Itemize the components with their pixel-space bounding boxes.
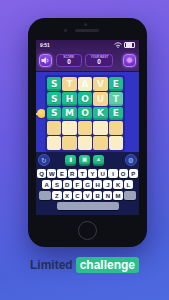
caption: Limitedchallenge: [0, 258, 169, 272]
shift-key[interactable]: [39, 191, 51, 200]
grid-cell: M: [62, 107, 76, 121]
grid-cell: V: [93, 77, 107, 91]
score-value: 0: [67, 59, 71, 65]
booster-button-1[interactable]: ▮: [65, 155, 76, 166]
battery-icon: [124, 42, 135, 49]
keyboard-row-4: [36, 202, 139, 211]
key-o[interactable]: O: [119, 169, 128, 178]
status-bar: 9:51: [36, 40, 139, 50]
key-a[interactable]: A: [42, 180, 51, 189]
gear-icon: ⚙: [128, 157, 134, 164]
keyboard-row-3: Z X C V B N M: [36, 191, 139, 200]
grid-cell: T: [109, 92, 123, 106]
grid-cell: [62, 136, 76, 150]
grid-cell: S: [47, 92, 61, 106]
sensor-dot: [64, 29, 67, 32]
settings-button[interactable]: ⚙: [125, 154, 137, 166]
caption-plain-text: Limited: [30, 258, 73, 272]
booster-button-3[interactable]: ▲: [93, 155, 104, 166]
grid-cell: E: [109, 107, 123, 121]
key-f[interactable]: F: [73, 180, 82, 189]
key-t[interactable]: T: [78, 169, 87, 178]
key-r[interactable]: R: [68, 169, 77, 178]
grid-cell: S: [47, 107, 61, 121]
app-screen: 9:51 SCORE: [36, 40, 139, 215]
speaker-icon: [41, 56, 50, 65]
phone-mockup: 9:51 SCORE: [28, 18, 147, 247]
key-s[interactable]: S: [52, 180, 61, 189]
grid-cell: O: [78, 92, 92, 106]
key-e[interactable]: E: [57, 169, 66, 178]
key-b[interactable]: B: [93, 191, 102, 200]
key-z[interactable]: Z: [52, 191, 61, 200]
best-label: YOUR BEST: [90, 56, 108, 58]
key-h[interactable]: H: [93, 180, 102, 189]
grid-cell: K: [93, 107, 107, 121]
front-camera: [84, 23, 87, 26]
grid-cell: [62, 121, 76, 135]
key-w[interactable]: W: [47, 169, 56, 178]
grid-cell: U: [93, 92, 107, 106]
grid-cell: E: [109, 77, 123, 91]
game-header: SCORE 0 YOUR BEST 0 ◆: [36, 50, 139, 72]
key-j[interactable]: J: [103, 180, 112, 189]
refresh-icon: ↻: [41, 157, 47, 164]
key-c[interactable]: C: [73, 191, 82, 200]
booster-1-icon: ▮: [69, 157, 72, 163]
earpiece-speaker: [75, 29, 99, 32]
letter-grid: S T A V E S H O U T S M O K E: [45, 75, 125, 152]
wifi-icon: [114, 42, 122, 48]
grid-cell: [47, 121, 61, 135]
toolbar-and-keyboard: ↻ ▮ ▣ ▲ ⚙ Q W E R T: [36, 152, 139, 215]
sound-button[interactable]: [39, 54, 52, 67]
grid-cell: [93, 121, 107, 135]
keyboard-row-1: Q W E R T Y U I O P: [36, 169, 139, 178]
keyboard-row-2: A S D F G H J K L: [36, 180, 139, 189]
backspace-key[interactable]: [124, 191, 136, 200]
page-background: 9:51 SCORE: [0, 0, 169, 300]
key-n[interactable]: N: [103, 191, 112, 200]
key-i[interactable]: I: [108, 169, 117, 178]
booster-button-2[interactable]: ▣: [79, 155, 90, 166]
best-value: 0: [97, 59, 101, 65]
key-q[interactable]: Q: [37, 169, 46, 178]
grid-cell: [47, 136, 61, 150]
caption-highlight-text: challenge: [76, 257, 139, 273]
grid-cell: A: [78, 77, 92, 91]
home-button[interactable]: [78, 221, 97, 240]
grid-cell: [109, 121, 123, 135]
score-label: SCORE: [64, 56, 75, 58]
clock: 9:51: [40, 43, 50, 48]
gem-icon: ◆: [127, 56, 132, 64]
grid-cell: [109, 136, 123, 150]
refresh-button[interactable]: ↻: [38, 154, 50, 166]
key-x[interactable]: X: [63, 191, 72, 200]
grid-cell: T: [62, 77, 76, 91]
booster-3-icon: ▲: [96, 157, 101, 163]
key-m[interactable]: M: [113, 191, 122, 200]
score-panel: SCORE 0: [56, 54, 82, 67]
key-d[interactable]: D: [63, 180, 72, 189]
grid-cell: O: [78, 107, 92, 121]
gems-button[interactable]: ◆: [123, 54, 136, 67]
grid-cell: [93, 136, 107, 150]
grid-cell: H: [62, 92, 76, 106]
grid-cell: [78, 121, 92, 135]
best-panel: YOUR BEST 0: [85, 54, 113, 67]
key-p[interactable]: P: [129, 169, 138, 178]
key-k[interactable]: K: [113, 180, 122, 189]
key-g[interactable]: G: [83, 180, 92, 189]
grid-cell: S: [47, 77, 61, 91]
grid-cell: [78, 136, 92, 150]
game-board-area: S T A V E S H O U T S M O K E: [36, 72, 139, 152]
key-y[interactable]: Y: [88, 169, 97, 178]
key-l[interactable]: L: [124, 180, 133, 189]
booster-2-icon: ▣: [82, 157, 87, 163]
space-key[interactable]: [57, 202, 119, 210]
key-v[interactable]: V: [83, 191, 92, 200]
key-u[interactable]: U: [98, 169, 107, 178]
